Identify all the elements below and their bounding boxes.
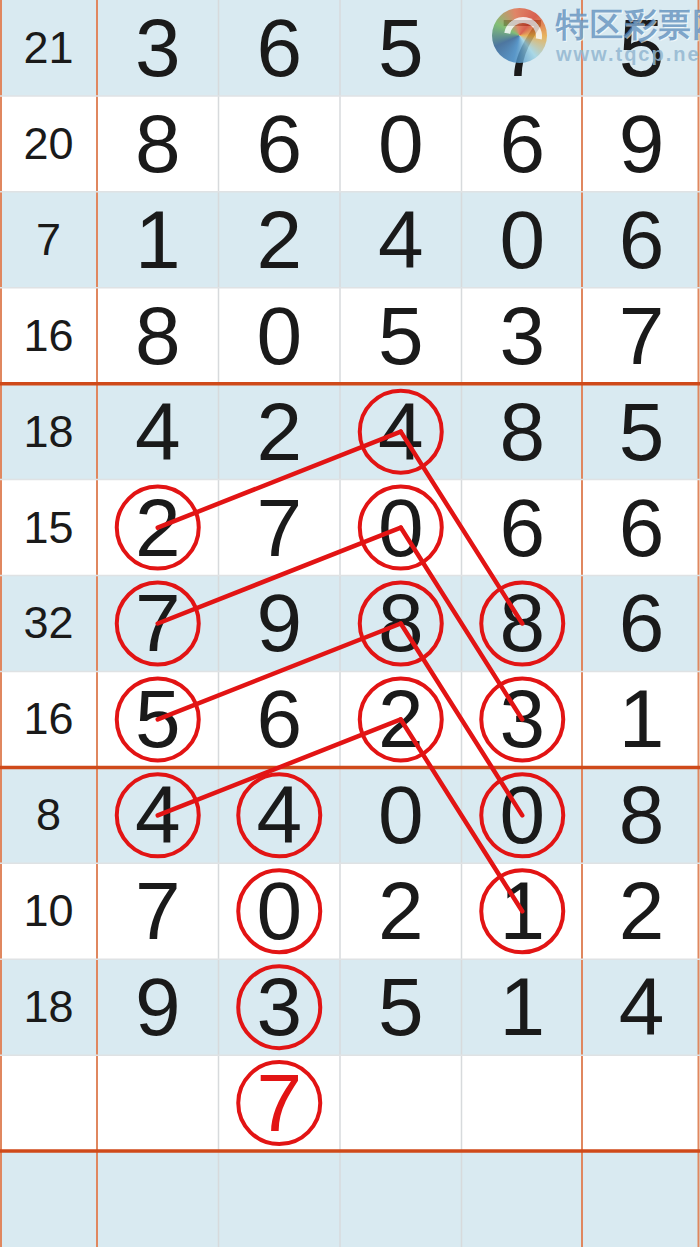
row-sum-label-13 — [0, 1151, 97, 1247]
cell-r12c4 — [462, 1055, 584, 1151]
cell-r13c4 — [462, 1151, 584, 1247]
row-sum-label-5: 18 — [0, 384, 97, 480]
cell-r4c1: 8 — [97, 288, 219, 384]
cell-r2c2: 6 — [219, 96, 341, 192]
chart-row-8: 1656231 — [0, 671, 700, 767]
cell-r2c1: 8 — [97, 96, 219, 192]
cell-r7c5: 6 — [583, 576, 700, 672]
cell-r11c4: 1 — [462, 959, 584, 1055]
cell-r9c5: 8 — [583, 767, 700, 863]
chart-row-13 — [0, 1151, 700, 1247]
cell-r4c5: 7 — [583, 288, 700, 384]
cell-r12c3 — [340, 1055, 462, 1151]
cell-r9c3: 0 — [340, 767, 462, 863]
cell-r10c2: 0 — [219, 863, 341, 959]
chart-row-5: 1842485 — [0, 384, 700, 480]
cell-r8c3: 2 — [340, 671, 462, 767]
chart-row-4: 1680537 — [0, 288, 700, 384]
cell-r12c5 — [583, 1055, 700, 1151]
cell-r4c2: 0 — [219, 288, 341, 384]
cell-r1c1: 3 — [97, 0, 219, 96]
cell-r13c5 — [583, 1151, 700, 1247]
row-sum-label-9: 8 — [0, 767, 97, 863]
lottery-trend-chart: 2136575208606971240616805371842485152706… — [0, 0, 700, 1247]
cell-r7c3: 8 — [340, 576, 462, 672]
cell-r8c2: 6 — [219, 671, 341, 767]
row-sum-label-8: 16 — [0, 671, 97, 767]
digit-grid: 2136575208606971240616805371842485152706… — [0, 0, 700, 1247]
cell-r3c3: 4 — [340, 192, 462, 288]
cell-r4c3: 5 — [340, 288, 462, 384]
chart-row-6: 1527066 — [0, 480, 700, 576]
cell-r11c5: 4 — [583, 959, 700, 1055]
cell-r6c4: 6 — [462, 480, 584, 576]
cell-r6c5: 6 — [583, 480, 700, 576]
cell-r3c5: 6 — [583, 192, 700, 288]
cell-r1c5: 5 — [583, 0, 700, 96]
cell-r10c3: 2 — [340, 863, 462, 959]
cell-r10c1: 7 — [97, 863, 219, 959]
cell-r8c5: 1 — [583, 671, 700, 767]
cell-r1c4: 7 — [462, 0, 584, 96]
chart-row-12: 7 — [0, 1055, 700, 1151]
cell-r6c3: 0 — [340, 480, 462, 576]
chart-row-10: 1070212 — [0, 863, 700, 959]
cell-r13c3 — [340, 1151, 462, 1247]
cell-r2c4: 6 — [462, 96, 584, 192]
cell-r11c1: 9 — [97, 959, 219, 1055]
cell-r1c3: 5 — [340, 0, 462, 96]
row-sum-label-11: 18 — [0, 959, 97, 1055]
cell-r7c2: 9 — [219, 576, 341, 672]
chart-row-11: 1893514 — [0, 959, 700, 1055]
cell-r5c1: 4 — [97, 384, 219, 480]
cell-r9c2: 4 — [219, 767, 341, 863]
cell-r3c2: 2 — [219, 192, 341, 288]
cell-r6c1: 2 — [97, 480, 219, 576]
chart-row-2: 2086069 — [0, 96, 700, 192]
cell-r7c4: 8 — [462, 576, 584, 672]
row-sum-label-2: 20 — [0, 96, 97, 192]
cell-r11c3: 5 — [340, 959, 462, 1055]
row-sum-label-10: 10 — [0, 863, 97, 959]
row-sum-label-7: 32 — [0, 576, 97, 672]
cell-r6c2: 7 — [219, 480, 341, 576]
row-sum-label-6: 15 — [0, 480, 97, 576]
cell-r11c2: 3 — [219, 959, 341, 1055]
cell-r12c2: 7 — [219, 1055, 341, 1151]
chart-row-9: 844008 — [0, 767, 700, 863]
cell-r2c5: 9 — [583, 96, 700, 192]
cell-r2c3: 0 — [340, 96, 462, 192]
cell-r10c5: 2 — [583, 863, 700, 959]
cell-r8c1: 5 — [97, 671, 219, 767]
cell-r3c4: 0 — [462, 192, 584, 288]
cell-r12c1 — [97, 1055, 219, 1151]
chart-row-1: 2136575 — [0, 0, 700, 96]
chart-row-7: 3279886 — [0, 576, 700, 672]
cell-r9c4: 0 — [462, 767, 584, 863]
row-sum-label-12 — [0, 1055, 97, 1151]
cell-r13c2 — [219, 1151, 341, 1247]
cell-r4c4: 3 — [462, 288, 584, 384]
row-sum-label-3: 7 — [0, 192, 97, 288]
cell-r5c4: 8 — [462, 384, 584, 480]
cell-r5c5: 5 — [583, 384, 700, 480]
chart-row-3: 712406 — [0, 192, 700, 288]
cell-r3c1: 1 — [97, 192, 219, 288]
row-sum-label-4: 16 — [0, 288, 97, 384]
cell-r9c1: 4 — [97, 767, 219, 863]
cell-r5c2: 2 — [219, 384, 341, 480]
row-sum-label-1: 21 — [0, 0, 97, 96]
cell-r10c4: 1 — [462, 863, 584, 959]
cell-r1c2: 6 — [219, 0, 341, 96]
cell-r8c4: 3 — [462, 671, 584, 767]
cell-r5c3: 4 — [340, 384, 462, 480]
cell-r7c1: 7 — [97, 576, 219, 672]
cell-r13c1 — [97, 1151, 219, 1247]
